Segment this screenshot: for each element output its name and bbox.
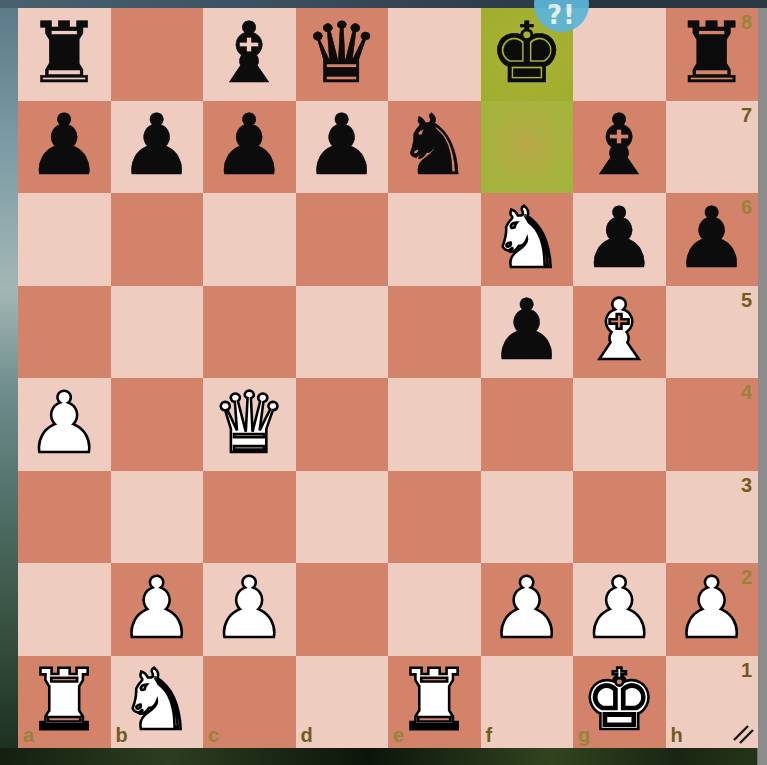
square-g1[interactable]: ♚g — [573, 656, 666, 749]
square-d1[interactable]: d — [296, 656, 389, 749]
piece-white-pawn: ♟ — [212, 566, 287, 650]
coord-file-e: e — [393, 725, 404, 745]
square-e3[interactable] — [388, 471, 481, 564]
piece-black-rook: ♜ — [674, 11, 749, 95]
chess-app-viewport: ♜♝♛♚♜8♟♟♟♟♞♝7♞♟♟6♟♝5♟♛43♟♟♟♟♟2♜a♞bcd♜ef♚… — [0, 0, 767, 765]
square-b1[interactable]: ♞b — [111, 656, 204, 749]
coord-rank-2: 2 — [741, 567, 752, 587]
move-annotation-glyph: ?! — [547, 0, 576, 32]
square-a6[interactable] — [18, 193, 111, 286]
square-f7[interactable] — [481, 101, 574, 194]
square-a7[interactable]: ♟ — [18, 101, 111, 194]
piece-white-knight: ♞ — [489, 196, 564, 280]
square-h7[interactable]: 7 — [666, 101, 759, 194]
square-c7[interactable]: ♟ — [203, 101, 296, 194]
piece-black-rook: ♜ — [27, 11, 102, 95]
square-h3[interactable]: 3 — [666, 471, 759, 564]
square-h4[interactable]: 4 — [666, 378, 759, 471]
square-h2[interactable]: ♟2 — [666, 563, 759, 656]
piece-white-pawn: ♟ — [27, 381, 102, 465]
coord-rank-6: 6 — [741, 197, 752, 217]
piece-white-pawn: ♟ — [489, 566, 564, 650]
piece-white-pawn: ♟ — [674, 566, 749, 650]
square-e4[interactable] — [388, 378, 481, 471]
coord-rank-7: 7 — [741, 105, 752, 125]
square-d8[interactable]: ♛ — [296, 8, 389, 101]
square-g5[interactable]: ♝ — [573, 286, 666, 379]
resize-handle-icon[interactable] — [731, 721, 755, 745]
square-h5[interactable]: 5 — [666, 286, 759, 379]
piece-black-pawn: ♟ — [674, 196, 749, 280]
piece-white-rook: ♜ — [27, 658, 102, 742]
square-f6[interactable]: ♞ — [481, 193, 574, 286]
square-e2[interactable] — [388, 563, 481, 656]
piece-white-king: ♚ — [582, 658, 657, 742]
background-top-strip — [0, 0, 767, 8]
chess-board: ♜♝♛♚♜8♟♟♟♟♞♝7♞♟♟6♟♝5♟♛43♟♟♟♟♟2♜a♞bcd♜ef♚… — [18, 8, 758, 748]
piece-white-pawn: ♟ — [582, 566, 657, 650]
square-f3[interactable] — [481, 471, 574, 564]
square-b5[interactable] — [111, 286, 204, 379]
square-f4[interactable] — [481, 378, 574, 471]
coord-rank-3: 3 — [741, 475, 752, 495]
square-c5[interactable] — [203, 286, 296, 379]
square-g6[interactable]: ♟ — [573, 193, 666, 286]
piece-white-knight: ♞ — [119, 658, 194, 742]
piece-black-pawn: ♟ — [119, 103, 194, 187]
background-bottom-strip — [0, 748, 767, 765]
piece-black-pawn: ♟ — [27, 103, 102, 187]
square-f1[interactable]: f — [481, 656, 574, 749]
square-g4[interactable] — [573, 378, 666, 471]
square-b2[interactable]: ♟ — [111, 563, 204, 656]
square-d2[interactable] — [296, 563, 389, 656]
coord-file-g: g — [578, 725, 590, 745]
square-f2[interactable]: ♟ — [481, 563, 574, 656]
square-a4[interactable]: ♟ — [18, 378, 111, 471]
piece-white-pawn: ♟ — [119, 566, 194, 650]
piece-black-pawn: ♟ — [304, 103, 379, 187]
square-c6[interactable] — [203, 193, 296, 286]
coord-rank-8: 8 — [741, 12, 752, 32]
coord-rank-5: 5 — [741, 290, 752, 310]
coord-file-b: b — [116, 725, 128, 745]
square-e8[interactable] — [388, 8, 481, 101]
square-b7[interactable]: ♟ — [111, 101, 204, 194]
square-e6[interactable] — [388, 193, 481, 286]
square-h8[interactable]: ♜8 — [666, 8, 759, 101]
square-g3[interactable] — [573, 471, 666, 564]
square-a5[interactable] — [18, 286, 111, 379]
square-e5[interactable] — [388, 286, 481, 379]
piece-black-bishop: ♝ — [212, 11, 287, 95]
background-left-strip — [0, 8, 18, 748]
square-c4[interactable]: ♛ — [203, 378, 296, 471]
piece-black-pawn: ♟ — [489, 288, 564, 372]
coord-rank-4: 4 — [741, 382, 752, 402]
square-b4[interactable] — [111, 378, 204, 471]
coord-file-h: h — [671, 725, 683, 745]
square-g7[interactable]: ♝ — [573, 101, 666, 194]
square-d7[interactable]: ♟ — [296, 101, 389, 194]
piece-black-bishop: ♝ — [582, 103, 657, 187]
scrollbar-strip[interactable] — [757, 8, 767, 765]
square-c1[interactable]: c — [203, 656, 296, 749]
piece-white-rook: ♜ — [397, 658, 472, 742]
square-b8[interactable] — [111, 8, 204, 101]
coord-file-d: d — [301, 725, 313, 745]
square-c8[interactable]: ♝ — [203, 8, 296, 101]
square-g2[interactable]: ♟ — [573, 563, 666, 656]
square-a1[interactable]: ♜a — [18, 656, 111, 749]
square-a3[interactable] — [18, 471, 111, 564]
square-a2[interactable] — [18, 563, 111, 656]
square-d6[interactable] — [296, 193, 389, 286]
square-e7[interactable]: ♞ — [388, 101, 481, 194]
piece-white-queen: ♛ — [212, 381, 287, 465]
piece-black-pawn: ♟ — [212, 103, 287, 187]
coord-rank-1: 1 — [741, 660, 752, 680]
square-c3[interactable] — [203, 471, 296, 564]
square-f5[interactable]: ♟ — [481, 286, 574, 379]
square-c2[interactable]: ♟ — [203, 563, 296, 656]
square-b6[interactable] — [111, 193, 204, 286]
piece-black-queen: ♛ — [304, 11, 379, 95]
square-d3[interactable] — [296, 471, 389, 564]
square-b3[interactable] — [111, 471, 204, 564]
piece-white-bishop: ♝ — [582, 288, 657, 372]
square-d5[interactable] — [296, 286, 389, 379]
coord-file-c: c — [208, 725, 219, 745]
coord-file-a: a — [23, 725, 34, 745]
piece-black-pawn: ♟ — [582, 196, 657, 280]
square-e1[interactable]: ♜e — [388, 656, 481, 749]
square-a8[interactable]: ♜ — [18, 8, 111, 101]
square-d4[interactable] — [296, 378, 389, 471]
square-h6[interactable]: ♟6 — [666, 193, 759, 286]
coord-file-f: f — [486, 725, 493, 745]
piece-black-knight: ♞ — [397, 103, 472, 187]
square-g8[interactable] — [573, 8, 666, 101]
